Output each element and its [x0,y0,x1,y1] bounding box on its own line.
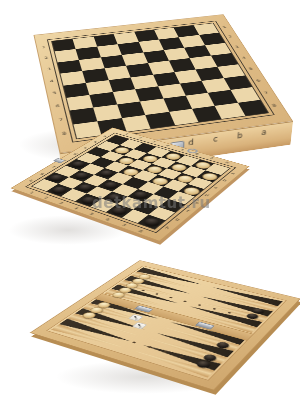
coordinate-label: 2 [44,56,48,60]
board-square [180,81,208,96]
board-square [131,75,158,90]
chess-box-3d: 12345678 12345678 hgfedcba [33,14,293,153]
coordinate-label: 5 [180,148,186,151]
coordinate-label: c [213,186,219,189]
coordinate-label: 4 [49,79,54,83]
coordinate-label: 8 [62,131,67,136]
coordinate-label: a [102,135,108,138]
board-square [202,78,231,93]
coordinate-label: 8 [224,161,230,164]
board-square [192,106,222,122]
coordinate-label: 1 [124,133,130,136]
peg-hole [132,341,136,343]
board-square [117,102,145,118]
coordinate-label: 3 [47,67,52,71]
coordinate-label: 7 [209,157,215,160]
coordinate-label: b [93,140,99,143]
board-square [158,84,186,99]
coordinate-label: 6 [255,78,261,82]
coordinate-label: d [188,138,194,147]
coordinate-label: 4 [241,55,247,59]
coordinate-label: 3 [234,45,240,49]
board-square [215,103,245,119]
coordinate-label: 4 [165,144,171,147]
coordinate-label: 7 [121,223,128,227]
coordinate-label: 2 [137,136,143,139]
watermark-text: detkamtut.ru [92,194,211,212]
board-square [90,92,117,108]
coordinate-label: 8 [137,229,144,233]
board-square [223,75,252,90]
board-square [163,96,192,112]
coordinate-label: 5 [52,91,57,95]
coordinate-label: 2 [228,35,233,38]
board-square [230,87,260,102]
board-square [67,95,94,111]
coordinate-label: f [51,166,56,169]
coordinate-label: 1 [42,45,46,49]
peg-hole [183,300,187,302]
board-square [86,80,113,95]
board-square [94,105,122,121]
board-square [113,89,141,104]
board-square [63,83,89,98]
coordinate-label: 4 [73,206,80,210]
coordinate-label: 7 [58,117,63,122]
coordinate-label: 1 [222,25,227,28]
coordinate-label: 8 [271,103,277,108]
coordinate-label: c [213,135,218,144]
coordinate-label: 3 [58,201,65,205]
coordinate-label: 5 [248,67,254,71]
coordinate-label: 3 [151,140,157,143]
coordinate-label: b [237,132,243,141]
coordinate-label: h [28,179,35,182]
coordinate-label: d [72,152,78,155]
coordinate-label: g [39,172,46,175]
board-square [135,86,163,101]
board-square [217,64,245,78]
product-photo: 12345678 12345678 hgfedcba 12345678 1234… [0,0,300,400]
coordinate-label: 6 [55,103,60,108]
board-square [237,100,267,116]
checker-piece-dark [142,217,162,227]
coordinate-label: 6 [104,218,111,222]
coordinate-label: 7 [263,90,269,94]
coordinate-label: a [230,172,236,175]
coordinate-label: h [164,226,171,230]
board-square [70,108,98,125]
coordinate-label: c [83,146,89,149]
coordinate-label: g [174,217,181,221]
coordinate-label: a [261,128,267,137]
board-square [145,112,174,129]
board-square [108,77,135,92]
backgammon-field [46,266,287,381]
board-square [140,99,169,115]
coordinate-label: 5 [88,212,95,216]
board-square [208,90,237,106]
board-square [122,115,151,132]
coordinate-label: b [222,179,228,182]
coordinate-label: 2 [43,196,50,200]
board-square [186,93,215,109]
coordinate-label: 1 [28,191,35,194]
board-square [169,109,199,126]
